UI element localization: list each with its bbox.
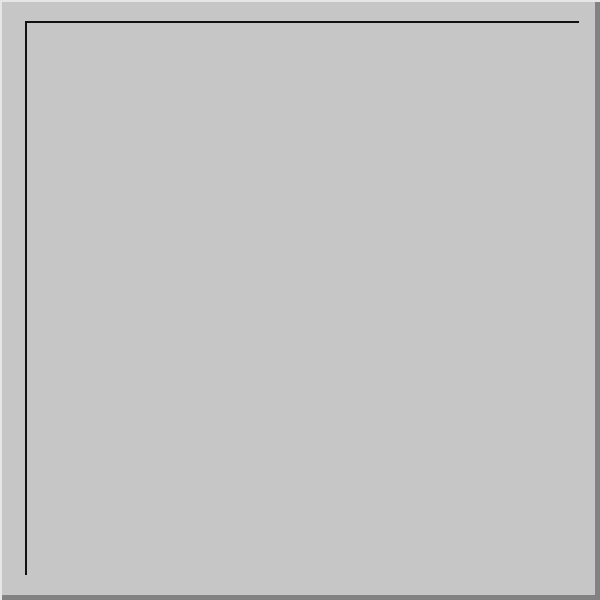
rank-labels	[0, 23, 25, 575]
chess-diagram-frame	[0, 0, 600, 600]
chess-board[interactable]	[25, 21, 579, 575]
file-labels	[27, 576, 579, 596]
